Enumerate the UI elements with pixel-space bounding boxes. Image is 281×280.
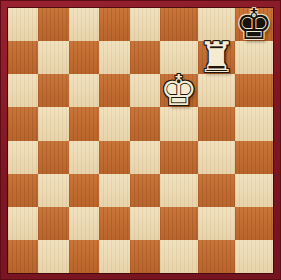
square-e6[interactable] bbox=[130, 74, 160, 107]
square-b8[interactable] bbox=[38, 8, 68, 41]
square-g4[interactable] bbox=[198, 141, 236, 174]
chess-board-frame: ♚♜♚ bbox=[0, 0, 281, 280]
square-g5[interactable] bbox=[198, 107, 236, 140]
square-d7[interactable] bbox=[99, 41, 129, 74]
square-c6[interactable] bbox=[69, 74, 99, 107]
square-e5[interactable] bbox=[130, 107, 160, 140]
square-c7[interactable] bbox=[69, 41, 99, 74]
square-f8[interactable] bbox=[160, 8, 198, 41]
square-e1[interactable] bbox=[130, 240, 160, 273]
square-a1[interactable] bbox=[8, 240, 38, 273]
square-b1[interactable] bbox=[38, 240, 68, 273]
square-d3[interactable] bbox=[99, 174, 129, 207]
square-e2[interactable] bbox=[130, 207, 160, 240]
square-c8[interactable] bbox=[69, 8, 99, 41]
square-e4[interactable] bbox=[130, 141, 160, 174]
square-f4[interactable] bbox=[160, 141, 198, 174]
square-f1[interactable] bbox=[160, 240, 198, 273]
square-h2[interactable] bbox=[235, 207, 273, 240]
square-a7[interactable] bbox=[8, 41, 38, 74]
square-a3[interactable] bbox=[8, 174, 38, 207]
black-king[interactable]: ♚ bbox=[235, 8, 273, 41]
square-h5[interactable] bbox=[235, 107, 273, 140]
square-d5[interactable] bbox=[99, 107, 129, 140]
square-c2[interactable] bbox=[69, 207, 99, 240]
square-f2[interactable] bbox=[160, 207, 198, 240]
square-a4[interactable] bbox=[8, 141, 38, 174]
square-d1[interactable] bbox=[99, 240, 129, 273]
white-rook[interactable]: ♜ bbox=[198, 41, 236, 74]
square-g2[interactable] bbox=[198, 207, 236, 240]
square-a5[interactable] bbox=[8, 107, 38, 140]
chess-board: ♚♜♚ bbox=[8, 8, 273, 273]
square-b6[interactable] bbox=[38, 74, 68, 107]
square-b4[interactable] bbox=[38, 141, 68, 174]
square-h8[interactable]: ♚ bbox=[235, 8, 273, 41]
square-f3[interactable] bbox=[160, 174, 198, 207]
square-d2[interactable] bbox=[99, 207, 129, 240]
square-c4[interactable] bbox=[69, 141, 99, 174]
square-b3[interactable] bbox=[38, 174, 68, 207]
square-g3[interactable] bbox=[198, 174, 236, 207]
square-d4[interactable] bbox=[99, 141, 129, 174]
square-d8[interactable] bbox=[99, 8, 129, 41]
square-c5[interactable] bbox=[69, 107, 99, 140]
square-e7[interactable] bbox=[130, 41, 160, 74]
square-f6[interactable]: ♚ bbox=[160, 74, 198, 107]
square-h4[interactable] bbox=[235, 141, 273, 174]
square-b7[interactable] bbox=[38, 41, 68, 74]
square-h6[interactable] bbox=[235, 74, 273, 107]
square-a6[interactable] bbox=[8, 74, 38, 107]
square-g7[interactable]: ♜ bbox=[198, 41, 236, 74]
square-a8[interactable] bbox=[8, 8, 38, 41]
square-b5[interactable] bbox=[38, 107, 68, 140]
square-h1[interactable] bbox=[235, 240, 273, 273]
square-e8[interactable] bbox=[130, 8, 160, 41]
square-h3[interactable] bbox=[235, 174, 273, 207]
white-king[interactable]: ♚ bbox=[160, 74, 198, 107]
square-c3[interactable] bbox=[69, 174, 99, 207]
square-g1[interactable] bbox=[198, 240, 236, 273]
square-b2[interactable] bbox=[38, 207, 68, 240]
square-d6[interactable] bbox=[99, 74, 129, 107]
square-a2[interactable] bbox=[8, 207, 38, 240]
square-e3[interactable] bbox=[130, 174, 160, 207]
square-c1[interactable] bbox=[69, 240, 99, 273]
